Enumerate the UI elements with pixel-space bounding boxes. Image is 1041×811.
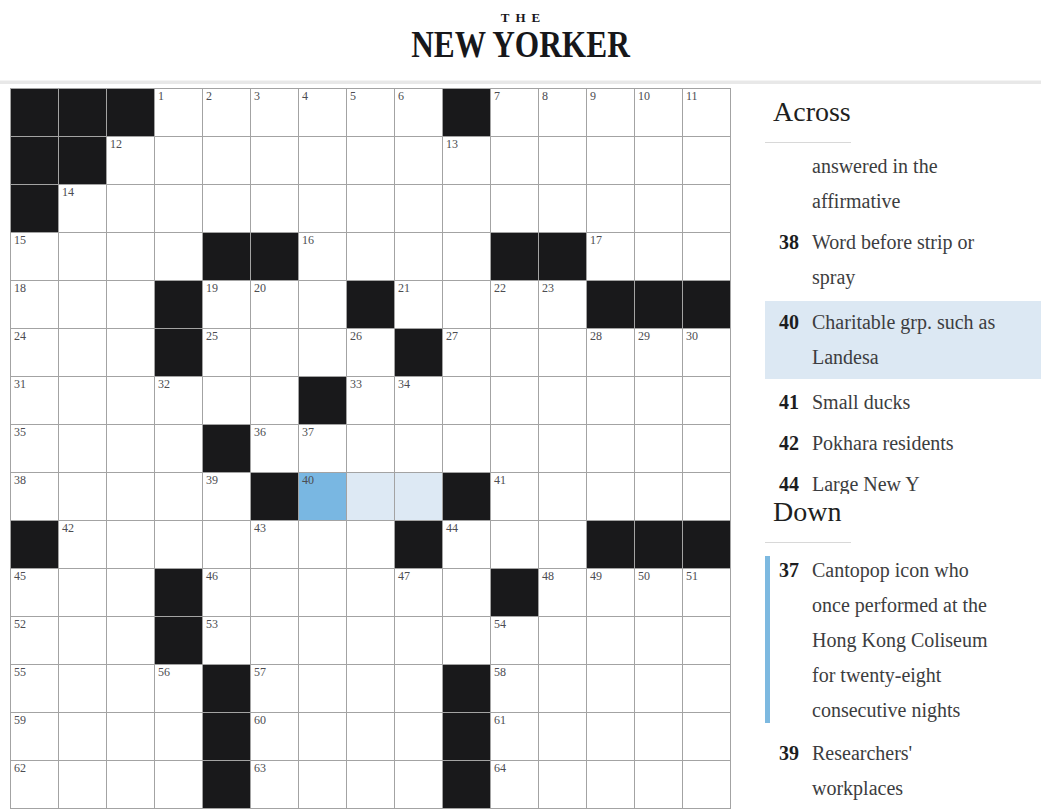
cell-number: 18 [14, 282, 26, 295]
cell-r2c14[interactable] [635, 137, 682, 184]
cell-r15c8[interactable] [347, 761, 394, 808]
cell-r6c12[interactable] [539, 329, 586, 376]
cell-r4c4[interactable] [155, 233, 202, 280]
cell-r1c13[interactable]: 9 [587, 89, 634, 136]
cell-r12c10[interactable] [443, 617, 490, 664]
cell-number: 5 [350, 90, 356, 103]
cell-r10c13 [587, 521, 634, 568]
cell-number: 13 [446, 138, 458, 151]
down-list: 37Cantopop icon whoonce performed at the… [765, 553, 1041, 806]
cell-r8c12[interactable] [539, 425, 586, 472]
cell-r5c6[interactable]: 20 [251, 281, 298, 328]
cell-r7c4[interactable]: 32 [155, 377, 202, 424]
cell-number: 32 [158, 378, 170, 391]
cell-r13c14[interactable] [635, 665, 682, 712]
cell-number: 40 [302, 474, 314, 487]
cell-number: 22 [494, 282, 506, 295]
cell-r4c6 [251, 233, 298, 280]
cell-r3c4[interactable] [155, 185, 202, 232]
clue-text-line: Cantopop icon who [812, 553, 1037, 588]
clue-text-line: consecutive nights [812, 693, 1037, 728]
cell-r10c8[interactable] [347, 521, 394, 568]
cell-r12c7[interactable] [299, 617, 346, 664]
cell-r15c3[interactable] [107, 761, 154, 808]
cell-number: 12 [110, 138, 122, 151]
cell-number: 56 [158, 666, 170, 679]
cell-r7c8[interactable]: 33 [347, 377, 394, 424]
cell-r6c5[interactable]: 25 [203, 329, 250, 376]
clue-across-40[interactable]: 40Charitable grp. such asLandesa [765, 301, 1041, 379]
cell-r12c9[interactable] [395, 617, 442, 664]
cell-r12c4 [155, 617, 202, 664]
cell-r9c3[interactable] [107, 473, 154, 520]
cell-r2c5[interactable] [203, 137, 250, 184]
cell-r2c3[interactable]: 12 [107, 137, 154, 184]
cell-r10c4[interactable] [155, 521, 202, 568]
cell-r9c6 [251, 473, 298, 520]
cell-number: 16 [302, 234, 314, 247]
cell-r4c1[interactable]: 15 [11, 233, 58, 280]
cell-r3c6[interactable] [251, 185, 298, 232]
cell-number: 49 [590, 570, 602, 583]
across-header: Across [773, 96, 1041, 128]
cell-r3c7[interactable] [299, 185, 346, 232]
cell-r9c15[interactable] [683, 473, 730, 520]
cell-r5c12[interactable]: 23 [539, 281, 586, 328]
cell-r13c9[interactable] [395, 665, 442, 712]
cell-number: 62 [14, 762, 26, 775]
cell-r2c12[interactable] [539, 137, 586, 184]
cell-r4c2[interactable] [59, 233, 106, 280]
cell-number: 51 [686, 570, 698, 583]
cell-r6c3[interactable] [107, 329, 154, 376]
cell-r13c7[interactable] [299, 665, 346, 712]
cell-number: 7 [494, 90, 500, 103]
cell-r9c5[interactable]: 39 [203, 473, 250, 520]
cell-r1c6[interactable]: 3 [251, 89, 298, 136]
cell-number: 29 [638, 330, 650, 343]
cell-r7c2[interactable] [59, 377, 106, 424]
cell-r5c5[interactable]: 19 [203, 281, 250, 328]
cell-r13c11[interactable]: 58 [491, 665, 538, 712]
cell-r12c15[interactable] [683, 617, 730, 664]
cell-r14c14[interactable] [635, 713, 682, 760]
cell-number: 47 [398, 570, 410, 583]
cell-r6c2[interactable] [59, 329, 106, 376]
cell-r5c1[interactable]: 18 [11, 281, 58, 328]
cell-r15c7[interactable] [299, 761, 346, 808]
cell-r7c13[interactable] [587, 377, 634, 424]
cell-r1c8[interactable]: 5 [347, 89, 394, 136]
cell-r7c6[interactable] [251, 377, 298, 424]
cell-r1c7[interactable]: 4 [299, 89, 346, 136]
cell-r13c3[interactable] [107, 665, 154, 712]
clue-across-41[interactable]: 41Small ducks [765, 385, 1041, 420]
clue-text-line: Charitable grp. such as [812, 305, 1037, 340]
cell-r7c15[interactable] [683, 377, 730, 424]
cell-number: 23 [542, 282, 554, 295]
clue-text-line: Hong Kong Coliseum [812, 623, 1037, 658]
cell-r7c7 [299, 377, 346, 424]
cell-r15c15[interactable] [683, 761, 730, 808]
cell-r15c1[interactable]: 62 [11, 761, 58, 808]
cell-number: 14 [62, 186, 74, 199]
cell-r3c12[interactable] [539, 185, 586, 232]
cell-r5c10[interactable] [443, 281, 490, 328]
clue-across-42[interactable]: 42Pokhara residents [765, 426, 1041, 461]
cell-r6c14[interactable]: 29 [635, 329, 682, 376]
cell-r4c7[interactable]: 16 [299, 233, 346, 280]
cell-number: 63 [254, 762, 266, 775]
cell-number: 61 [494, 714, 506, 727]
cell-r1c14[interactable]: 10 [635, 89, 682, 136]
cell-number: 42 [62, 522, 74, 535]
cell-r14c5 [203, 713, 250, 760]
cell-number: 25 [206, 330, 218, 343]
cell-number: 46 [206, 570, 218, 583]
cell-r5c9[interactable]: 21 [395, 281, 442, 328]
cell-r10c3[interactable] [107, 521, 154, 568]
cell-r7c3[interactable] [107, 377, 154, 424]
cell-r9c2[interactable] [59, 473, 106, 520]
cell-r11c1[interactable]: 45 [11, 569, 58, 616]
cell-r12c8[interactable] [347, 617, 394, 664]
cell-r7c14[interactable] [635, 377, 682, 424]
clue-across-38[interactable]: 38Word before strip orspray [765, 225, 1041, 295]
cell-r4c15[interactable] [683, 233, 730, 280]
clue-number: 38 [765, 225, 799, 260]
clue-text-line: once performed at the [812, 588, 1037, 623]
cell-r6c7[interactable] [299, 329, 346, 376]
cell-number: 9 [590, 90, 596, 103]
cell-number: 33 [350, 378, 362, 391]
cell-r12c3[interactable] [107, 617, 154, 664]
cell-r2c2 [59, 137, 106, 184]
cell-r6c4 [155, 329, 202, 376]
cell-r2c9[interactable] [395, 137, 442, 184]
cell-r11c5[interactable]: 46 [203, 569, 250, 616]
clue-text-line: Pokhara residents [812, 426, 1037, 461]
cell-r6c9 [395, 329, 442, 376]
cell-number: 58 [494, 666, 506, 679]
cell-r2c1 [11, 137, 58, 184]
cell-r8c6[interactable]: 36 [251, 425, 298, 472]
clue-down-39[interactable]: 39Researchers'workplaces [765, 736, 1041, 806]
cell-r3c9[interactable] [395, 185, 442, 232]
cell-number: 28 [590, 330, 602, 343]
cell-r11c14[interactable]: 50 [635, 569, 682, 616]
cell-number: 41 [494, 474, 506, 487]
cell-r8c5 [203, 425, 250, 472]
cell-r5c2[interactable] [59, 281, 106, 328]
cell-r15c10 [443, 761, 490, 808]
cell-r14c6[interactable]: 60 [251, 713, 298, 760]
cell-r11c8[interactable] [347, 569, 394, 616]
cell-r13c1[interactable]: 55 [11, 665, 58, 712]
cell-r7c5[interactable] [203, 377, 250, 424]
cell-r10c2[interactable]: 42 [59, 521, 106, 568]
cell-r4c13[interactable]: 17 [587, 233, 634, 280]
cell-r6c6[interactable] [251, 329, 298, 376]
cell-r3c14[interactable] [635, 185, 682, 232]
cell-r1c2 [59, 89, 106, 136]
cell-r2c15[interactable] [683, 137, 730, 184]
cell-r13c8[interactable] [347, 665, 394, 712]
clue-down-37[interactable]: 37Cantopop icon whoonce performed at the… [765, 553, 1041, 728]
cell-r8c14[interactable] [635, 425, 682, 472]
cell-r15c2[interactable] [59, 761, 106, 808]
cell-r11c13[interactable]: 49 [587, 569, 634, 616]
cell-r11c15[interactable]: 51 [683, 569, 730, 616]
cell-number: 15 [14, 234, 26, 247]
cell-r11c6[interactable] [251, 569, 298, 616]
cell-r13c4[interactable]: 56 [155, 665, 202, 712]
cell-r8c10[interactable] [443, 425, 490, 472]
cell-r10c15 [683, 521, 730, 568]
cell-r4c14[interactable] [635, 233, 682, 280]
cell-number: 30 [686, 330, 698, 343]
cell-r15c11[interactable]: 64 [491, 761, 538, 808]
cell-r1c10 [443, 89, 490, 136]
clue-text-line: Small ducks [812, 385, 1037, 420]
cell-r15c13[interactable] [587, 761, 634, 808]
cell-r11c3[interactable] [107, 569, 154, 616]
cell-r12c5[interactable]: 53 [203, 617, 250, 664]
cell-number: 35 [14, 426, 26, 439]
cell-r9c4[interactable] [155, 473, 202, 520]
cell-r3c15[interactable] [683, 185, 730, 232]
cell-r14c3[interactable] [107, 713, 154, 760]
cell-r8c13[interactable] [587, 425, 634, 472]
cell-r13c12[interactable] [539, 665, 586, 712]
cell-r15c5 [203, 761, 250, 808]
cell-r9c8[interactable] [347, 473, 394, 520]
cell-r2c13[interactable] [587, 137, 634, 184]
clue-number: 44 [765, 467, 799, 494]
cell-r12c12[interactable] [539, 617, 586, 664]
header-divider [0, 80, 1041, 84]
cell-r14c13[interactable] [587, 713, 634, 760]
clue-text-line: spray [812, 260, 1037, 295]
cell-r1c4[interactable]: 1 [155, 89, 202, 136]
clue-number: 39 [765, 736, 799, 771]
cell-number: 43 [254, 522, 266, 535]
cell-r13c15[interactable] [683, 665, 730, 712]
cell-r8c9[interactable] [395, 425, 442, 472]
cell-r6c8[interactable]: 26 [347, 329, 394, 376]
cell-r10c6[interactable]: 43 [251, 521, 298, 568]
cell-r11c2[interactable] [59, 569, 106, 616]
cell-number: 36 [254, 426, 266, 439]
masthead-the: THE [0, 10, 1041, 26]
cell-r8c11[interactable] [491, 425, 538, 472]
clue-across-44[interactable]: 44Large New Y [765, 467, 1041, 494]
cell-r1c5[interactable]: 2 [203, 89, 250, 136]
clue-text-line: affirmative [812, 184, 1037, 219]
across-list: answered in theaffirmative38Word before … [765, 143, 1041, 494]
cell-r9c14[interactable] [635, 473, 682, 520]
cell-r2c8[interactable] [347, 137, 394, 184]
cell-number: 17 [590, 234, 602, 247]
clues-panel: Across answered in theaffirmative38Word … [765, 96, 1041, 806]
cell-r3c5[interactable] [203, 185, 250, 232]
cell-r13c6[interactable]: 57 [251, 665, 298, 712]
cell-number: 57 [254, 666, 266, 679]
cell-number: 37 [302, 426, 314, 439]
cell-r8c3[interactable] [107, 425, 154, 472]
cell-r6c13[interactable]: 28 [587, 329, 634, 376]
cell-r14c4[interactable] [155, 713, 202, 760]
cell-r7c10[interactable] [443, 377, 490, 424]
cell-r12c13[interactable] [587, 617, 634, 664]
clue-continuation[interactable]: answered in theaffirmative [765, 149, 1041, 219]
crossword-grid: 1234567891011121314151617181920212223242… [10, 88, 731, 809]
cell-r14c2[interactable] [59, 713, 106, 760]
cell-r1c9[interactable]: 6 [395, 89, 442, 136]
cell-r7c11[interactable] [491, 377, 538, 424]
cell-r4c5 [203, 233, 250, 280]
cell-r14c1[interactable]: 59 [11, 713, 58, 760]
cell-r5c7[interactable] [299, 281, 346, 328]
cell-r10c14 [635, 521, 682, 568]
clue-number: 41 [765, 385, 799, 420]
cell-r1c11[interactable]: 7 [491, 89, 538, 136]
cell-r15c4[interactable] [155, 761, 202, 808]
cell-r4c8[interactable] [347, 233, 394, 280]
cell-r14c9[interactable] [395, 713, 442, 760]
cell-r2c11[interactable] [491, 137, 538, 184]
cell-r14c10 [443, 713, 490, 760]
cell-r1c12[interactable]: 8 [539, 89, 586, 136]
cell-r6c10[interactable]: 27 [443, 329, 490, 376]
cell-r13c5 [203, 665, 250, 712]
cell-r4c10[interactable] [443, 233, 490, 280]
cell-r9c1[interactable]: 38 [11, 473, 58, 520]
cell-r9c11[interactable]: 41 [491, 473, 538, 520]
cell-number: 27 [446, 330, 458, 343]
across-section: Across answered in theaffirmative38Word … [765, 96, 1041, 494]
cell-r3c11[interactable] [491, 185, 538, 232]
cell-number: 54 [494, 618, 506, 631]
cell-r7c9[interactable]: 34 [395, 377, 442, 424]
cell-r15c14[interactable] [635, 761, 682, 808]
cell-r12c6[interactable] [251, 617, 298, 664]
down-rule [765, 542, 851, 543]
cell-number: 11 [686, 90, 698, 103]
cell-r3c13[interactable] [587, 185, 634, 232]
cell-r8c2[interactable] [59, 425, 106, 472]
masthead-wordmark: NEW YORKER [26, 26, 1015, 64]
cell-number: 4 [302, 90, 308, 103]
down-header: Down [773, 496, 1041, 528]
cell-r5c3[interactable] [107, 281, 154, 328]
cell-r1c15[interactable]: 11 [683, 89, 730, 136]
cell-r5c13 [587, 281, 634, 328]
cell-r8c4[interactable] [155, 425, 202, 472]
cell-r15c9[interactable] [395, 761, 442, 808]
cell-r7c12[interactable] [539, 377, 586, 424]
cell-number: 2 [206, 90, 212, 103]
cell-r11c12[interactable]: 48 [539, 569, 586, 616]
cell-r13c13[interactable] [587, 665, 634, 712]
cell-r9c13[interactable] [587, 473, 634, 520]
cell-r9c10 [443, 473, 490, 520]
cell-r1c1 [11, 89, 58, 136]
cell-number: 39 [206, 474, 218, 487]
cell-number: 31 [14, 378, 26, 391]
cell-r11c4 [155, 569, 202, 616]
cell-r7c1[interactable]: 31 [11, 377, 58, 424]
cell-r10c5[interactable] [203, 521, 250, 568]
cell-r1c3 [107, 89, 154, 136]
cell-r12c14[interactable] [635, 617, 682, 664]
cell-r3c3[interactable] [107, 185, 154, 232]
cell-r5c15 [683, 281, 730, 328]
cell-r10c7[interactable] [299, 521, 346, 568]
cell-r3c2[interactable]: 14 [59, 185, 106, 232]
clue-text-line: workplaces [812, 771, 1037, 806]
cell-r10c12[interactable] [539, 521, 586, 568]
cell-r8c1[interactable]: 35 [11, 425, 58, 472]
cell-r3c8[interactable] [347, 185, 394, 232]
cell-r14c11[interactable]: 61 [491, 713, 538, 760]
cell-r2c7[interactable] [299, 137, 346, 184]
cell-r5c11[interactable]: 22 [491, 281, 538, 328]
down-section: Down 37Cantopop icon whoonce performed a… [765, 496, 1041, 806]
cell-r6c15[interactable]: 30 [683, 329, 730, 376]
cell-r13c2[interactable] [59, 665, 106, 712]
cell-r9c7[interactable]: 40 [299, 473, 346, 520]
cell-r9c9[interactable] [395, 473, 442, 520]
cell-r10c10[interactable]: 44 [443, 521, 490, 568]
cell-r8c8[interactable] [347, 425, 394, 472]
cell-r3c10[interactable] [443, 185, 490, 232]
cell-r11c7[interactable] [299, 569, 346, 616]
cell-r3c1 [11, 185, 58, 232]
cell-number: 60 [254, 714, 266, 727]
cell-r9c12[interactable] [539, 473, 586, 520]
cell-r14c15[interactable] [683, 713, 730, 760]
cell-r14c12[interactable] [539, 713, 586, 760]
cell-r15c12[interactable] [539, 761, 586, 808]
cell-r8c7[interactable]: 37 [299, 425, 346, 472]
cell-r15c6[interactable]: 63 [251, 761, 298, 808]
cell-r11c10[interactable] [443, 569, 490, 616]
cell-r6c11[interactable] [491, 329, 538, 376]
cell-r12c1[interactable]: 52 [11, 617, 58, 664]
masthead: THE NEW YORKER [0, 10, 1041, 60]
cell-r5c14 [635, 281, 682, 328]
cell-r4c9[interactable] [395, 233, 442, 280]
cell-r6c1[interactable]: 24 [11, 329, 58, 376]
cell-r14c7[interactable] [299, 713, 346, 760]
cell-number: 8 [542, 90, 548, 103]
cell-r2c10[interactable]: 13 [443, 137, 490, 184]
cell-r12c2[interactable] [59, 617, 106, 664]
cell-r4c3[interactable] [107, 233, 154, 280]
cell-r11c9[interactable]: 47 [395, 569, 442, 616]
cell-r8c15[interactable] [683, 425, 730, 472]
cell-r2c6[interactable] [251, 137, 298, 184]
cell-r14c8[interactable] [347, 713, 394, 760]
clue-number: 42 [765, 426, 799, 461]
cell-number: 50 [638, 570, 650, 583]
cell-r2c4[interactable] [155, 137, 202, 184]
clue-number: 40 [765, 305, 799, 340]
cell-r10c11[interactable] [491, 521, 538, 568]
cell-r5c4 [155, 281, 202, 328]
cell-r12c11[interactable]: 54 [491, 617, 538, 664]
